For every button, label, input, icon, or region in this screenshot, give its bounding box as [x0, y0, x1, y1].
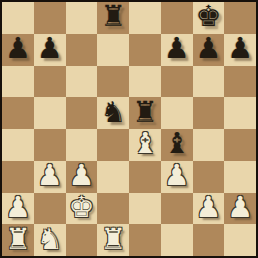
black-knight[interactable]: ♞ [100, 98, 126, 127]
square-f6[interactable] [161, 66, 193, 98]
square-g3[interactable] [193, 161, 225, 193]
white-rook[interactable]: ♜ [100, 225, 126, 254]
square-d4[interactable] [97, 129, 129, 161]
square-c2[interactable]: ♚ [66, 193, 98, 225]
white-pawn[interactable]: ♟ [227, 193, 253, 222]
square-b4[interactable] [34, 129, 66, 161]
white-pawn[interactable]: ♟ [164, 161, 190, 190]
square-c5[interactable] [66, 97, 98, 129]
square-b8[interactable] [34, 2, 66, 34]
square-b7[interactable]: ♟ [34, 34, 66, 66]
square-h6[interactable] [224, 66, 256, 98]
square-h1[interactable] [224, 224, 256, 256]
square-f5[interactable] [161, 97, 193, 129]
square-b3[interactable]: ♟ [34, 161, 66, 193]
chessboard-screenshot: ♜♚♟♟♟♟♟♞♜♝♝♟♟♟♟♚♟♟♜♞♜ [0, 0, 258, 258]
square-c1[interactable] [66, 224, 98, 256]
square-f1[interactable] [161, 224, 193, 256]
square-d3[interactable] [97, 161, 129, 193]
square-f2[interactable] [161, 193, 193, 225]
black-pawn[interactable]: ♟ [37, 34, 63, 63]
square-d5[interactable]: ♞ [97, 97, 129, 129]
square-g1[interactable] [193, 224, 225, 256]
square-h2[interactable]: ♟ [224, 193, 256, 225]
square-d2[interactable] [97, 193, 129, 225]
square-f4[interactable]: ♝ [161, 129, 193, 161]
white-pawn[interactable]: ♟ [5, 193, 31, 222]
square-f3[interactable]: ♟ [161, 161, 193, 193]
square-d6[interactable] [97, 66, 129, 98]
black-pawn[interactable]: ♟ [164, 34, 190, 63]
square-e6[interactable] [129, 66, 161, 98]
square-c6[interactable] [66, 66, 98, 98]
square-h3[interactable] [224, 161, 256, 193]
chess-board: ♜♚♟♟♟♟♟♞♜♝♝♟♟♟♟♚♟♟♜♞♜ [0, 0, 258, 258]
square-a8[interactable] [2, 2, 34, 34]
square-e3[interactable] [129, 161, 161, 193]
square-f8[interactable] [161, 2, 193, 34]
square-a3[interactable] [2, 161, 34, 193]
square-a5[interactable] [2, 97, 34, 129]
square-c7[interactable] [66, 34, 98, 66]
square-g5[interactable] [193, 97, 225, 129]
square-g8[interactable]: ♚ [193, 2, 225, 34]
square-e1[interactable] [129, 224, 161, 256]
square-b5[interactable] [34, 97, 66, 129]
square-g6[interactable] [193, 66, 225, 98]
square-h8[interactable] [224, 2, 256, 34]
white-knight[interactable]: ♞ [37, 225, 63, 254]
black-pawn[interactable]: ♟ [5, 34, 31, 63]
square-e8[interactable] [129, 2, 161, 34]
square-b1[interactable]: ♞ [34, 224, 66, 256]
square-c4[interactable] [66, 129, 98, 161]
black-bishop[interactable]: ♝ [164, 129, 190, 158]
square-a6[interactable] [2, 66, 34, 98]
square-c3[interactable]: ♟ [66, 161, 98, 193]
square-e7[interactable] [129, 34, 161, 66]
black-rook[interactable]: ♜ [100, 2, 126, 31]
square-h7[interactable]: ♟ [224, 34, 256, 66]
square-h4[interactable] [224, 129, 256, 161]
square-h5[interactable] [224, 97, 256, 129]
white-pawn[interactable]: ♟ [195, 193, 221, 222]
black-pawn[interactable]: ♟ [227, 34, 253, 63]
square-e4[interactable]: ♝ [129, 129, 161, 161]
square-e5[interactable]: ♜ [129, 97, 161, 129]
black-king[interactable]: ♚ [195, 2, 221, 31]
square-g2[interactable]: ♟ [193, 193, 225, 225]
white-king[interactable]: ♚ [68, 193, 94, 222]
square-d1[interactable]: ♜ [97, 224, 129, 256]
square-d8[interactable]: ♜ [97, 2, 129, 34]
square-f7[interactable]: ♟ [161, 34, 193, 66]
square-a2[interactable]: ♟ [2, 193, 34, 225]
square-g7[interactable]: ♟ [193, 34, 225, 66]
white-rook[interactable]: ♜ [5, 225, 31, 254]
square-b6[interactable] [34, 66, 66, 98]
white-bishop[interactable]: ♝ [132, 129, 158, 158]
square-a4[interactable] [2, 129, 34, 161]
square-c8[interactable] [66, 2, 98, 34]
white-pawn[interactable]: ♟ [68, 161, 94, 190]
black-pawn[interactable]: ♟ [195, 34, 221, 63]
square-a7[interactable]: ♟ [2, 34, 34, 66]
square-e2[interactable] [129, 193, 161, 225]
black-rook[interactable]: ♜ [132, 98, 158, 127]
square-d7[interactable] [97, 34, 129, 66]
square-a1[interactable]: ♜ [2, 224, 34, 256]
square-g4[interactable] [193, 129, 225, 161]
white-pawn[interactable]: ♟ [37, 161, 63, 190]
square-b2[interactable] [34, 193, 66, 225]
